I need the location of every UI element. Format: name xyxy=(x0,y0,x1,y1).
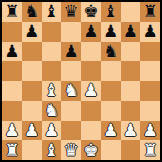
square-g6[interactable] xyxy=(121,42,141,62)
white-bishop: ♝ xyxy=(44,82,59,99)
square-d7[interactable] xyxy=(61,22,81,42)
black-pawn: ♟ xyxy=(4,42,19,59)
white-pawn: ♟ xyxy=(83,82,98,99)
square-c8[interactable]: ♝ xyxy=(42,2,62,22)
black-bishop: ♝ xyxy=(103,3,118,20)
black-pawn: ♟ xyxy=(143,23,158,40)
white-queen: ♛ xyxy=(64,141,79,158)
square-h8[interactable]: ♜ xyxy=(140,2,160,22)
square-f1[interactable] xyxy=(101,140,121,160)
black-rook: ♜ xyxy=(143,3,158,20)
square-a1[interactable]: ♜ xyxy=(2,140,22,160)
square-g4[interactable] xyxy=(121,81,141,101)
square-f5[interactable] xyxy=(101,61,121,81)
black-pawn: ♟ xyxy=(103,23,118,40)
square-c3[interactable]: ♞ xyxy=(42,101,62,121)
square-c2[interactable]: ♟ xyxy=(42,121,62,141)
white-knight: ♞ xyxy=(44,102,59,119)
square-f6[interactable]: ♞ xyxy=(101,42,121,62)
black-knight: ♞ xyxy=(24,3,39,20)
square-f4[interactable] xyxy=(101,81,121,101)
square-d5[interactable] xyxy=(61,61,81,81)
square-g3[interactable] xyxy=(121,101,141,121)
square-a6[interactable]: ♟ xyxy=(2,42,22,62)
white-pawn: ♟ xyxy=(123,121,138,138)
square-f3[interactable] xyxy=(101,101,121,121)
square-d6[interactable]: ♟ xyxy=(61,42,81,62)
square-e8[interactable]: ♚ xyxy=(81,2,101,22)
square-f8[interactable]: ♝ xyxy=(101,2,121,22)
board-frame: ♜♞♝♛♚♝♜♟♟♟♟♟♟♟♞♝♞♟♞♟♟♟♟♟♟♜♝♛♚♜ xyxy=(0,0,162,162)
square-b3[interactable] xyxy=(22,101,42,121)
square-h5[interactable] xyxy=(140,61,160,81)
square-b4[interactable] xyxy=(22,81,42,101)
square-b5[interactable] xyxy=(22,61,42,81)
square-e6[interactable] xyxy=(81,42,101,62)
square-c7[interactable] xyxy=(42,22,62,42)
square-g5[interactable] xyxy=(121,61,141,81)
white-bishop: ♝ xyxy=(44,141,59,158)
black-rook: ♜ xyxy=(4,3,19,20)
square-g1[interactable] xyxy=(121,140,141,160)
white-pawn: ♟ xyxy=(103,121,118,138)
square-d3[interactable] xyxy=(61,101,81,121)
square-g2[interactable]: ♟ xyxy=(121,121,141,141)
square-g8[interactable] xyxy=(121,2,141,22)
square-d2[interactable] xyxy=(61,121,81,141)
square-c4[interactable]: ♝ xyxy=(42,81,62,101)
square-d1[interactable]: ♛ xyxy=(61,140,81,160)
white-pawn: ♟ xyxy=(44,121,59,138)
square-g7[interactable]: ♟ xyxy=(121,22,141,42)
white-pawn: ♟ xyxy=(4,121,19,138)
square-b1[interactable] xyxy=(22,140,42,160)
square-d4[interactable]: ♞ xyxy=(61,81,81,101)
square-h7[interactable]: ♟ xyxy=(140,22,160,42)
square-f7[interactable]: ♟ xyxy=(101,22,121,42)
square-a4[interactable] xyxy=(2,81,22,101)
square-e7[interactable]: ♟ xyxy=(81,22,101,42)
square-d8[interactable]: ♛ xyxy=(61,2,81,22)
square-a5[interactable] xyxy=(2,61,22,81)
black-bishop: ♝ xyxy=(44,3,59,20)
square-f2[interactable]: ♟ xyxy=(101,121,121,141)
white-rook: ♜ xyxy=(4,141,19,158)
black-pawn: ♟ xyxy=(64,42,79,59)
square-h6[interactable] xyxy=(140,42,160,62)
square-e3[interactable] xyxy=(81,101,101,121)
black-pawn: ♟ xyxy=(123,23,138,40)
square-a3[interactable] xyxy=(2,101,22,121)
square-h3[interactable] xyxy=(140,101,160,121)
square-h2[interactable]: ♟ xyxy=(140,121,160,141)
square-h1[interactable]: ♜ xyxy=(140,140,160,160)
black-pawn: ♟ xyxy=(24,23,39,40)
black-queen: ♛ xyxy=(64,3,79,20)
square-e1[interactable]: ♚ xyxy=(81,140,101,160)
white-king: ♚ xyxy=(83,141,98,158)
square-a8[interactable]: ♜ xyxy=(2,2,22,22)
black-knight: ♞ xyxy=(103,42,118,59)
square-b7[interactable]: ♟ xyxy=(22,22,42,42)
square-e2[interactable] xyxy=(81,121,101,141)
white-pawn: ♟ xyxy=(143,121,158,138)
black-king: ♚ xyxy=(83,3,98,20)
square-b6[interactable] xyxy=(22,42,42,62)
chess-board: ♜♞♝♛♚♝♜♟♟♟♟♟♟♟♞♝♞♟♞♟♟♟♟♟♟♜♝♛♚♜ xyxy=(2,2,160,160)
white-knight: ♞ xyxy=(64,82,79,99)
white-pawn: ♟ xyxy=(24,121,39,138)
white-rook: ♜ xyxy=(143,141,158,158)
square-c1[interactable]: ♝ xyxy=(42,140,62,160)
square-e4[interactable]: ♟ xyxy=(81,81,101,101)
square-e5[interactable] xyxy=(81,61,101,81)
square-a7[interactable] xyxy=(2,22,22,42)
square-c6[interactable] xyxy=(42,42,62,62)
square-b8[interactable]: ♞ xyxy=(22,2,42,22)
black-pawn: ♟ xyxy=(83,23,98,40)
square-b2[interactable]: ♟ xyxy=(22,121,42,141)
square-a2[interactable]: ♟ xyxy=(2,121,22,141)
square-h4[interactable] xyxy=(140,81,160,101)
square-c5[interactable] xyxy=(42,61,62,81)
